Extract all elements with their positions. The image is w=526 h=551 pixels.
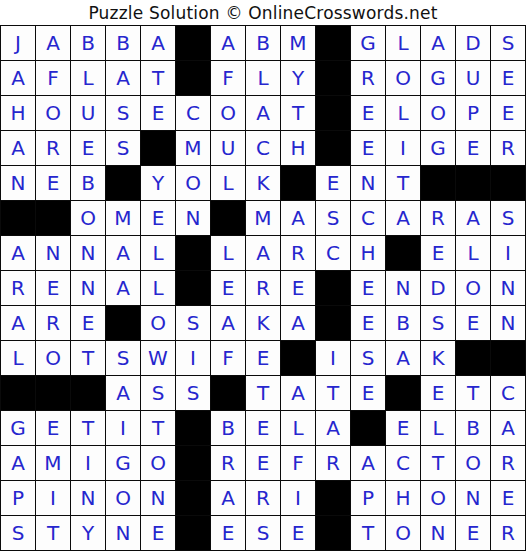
- cell-r6c15[interactable]: S: [491, 201, 525, 235]
- cell-r6c11[interactable]: C: [351, 201, 385, 235]
- black-cell-r9c4: [106, 306, 140, 340]
- cell-r15c14[interactable]: E: [456, 516, 490, 550]
- cell-r3c14[interactable]: P: [456, 96, 490, 130]
- cell-r1c11[interactable]: G: [351, 26, 385, 60]
- cell-r13c5[interactable]: O: [141, 446, 175, 480]
- cell-r8c15[interactable]: N: [491, 271, 525, 305]
- cell-r15c1[interactable]: S: [1, 516, 35, 550]
- cell-r1c7[interactable]: A: [211, 26, 245, 60]
- cell-r2c4[interactable]: A: [106, 61, 140, 95]
- cell-r12c7[interactable]: B: [211, 411, 245, 445]
- cell-r9c14[interactable]: E: [456, 306, 490, 340]
- black-cell-r2c6: [176, 61, 210, 95]
- cell-r6c12[interactable]: A: [386, 201, 420, 235]
- cell-r12c15[interactable]: A: [491, 411, 525, 445]
- cell-r2c15[interactable]: E: [491, 61, 525, 95]
- cell-r7c1[interactable]: A: [1, 236, 35, 270]
- cell-r1c5[interactable]: A: [141, 26, 175, 60]
- cell-r8c4[interactable]: A: [106, 271, 140, 305]
- cell-r9c1[interactable]: A: [1, 306, 35, 340]
- cell-r2c12[interactable]: O: [386, 61, 420, 95]
- black-cell-r11c1: [1, 376, 35, 410]
- cell-r1c14[interactable]: D: [456, 26, 490, 60]
- cell-r11c4[interactable]: A: [106, 376, 140, 410]
- cell-r13c12[interactable]: C: [386, 446, 420, 480]
- cell-r6c14[interactable]: A: [456, 201, 490, 235]
- cell-r9c2[interactable]: R: [36, 306, 70, 340]
- cell-r15c12[interactable]: O: [386, 516, 420, 550]
- cell-r6c6[interactable]: N: [176, 201, 210, 235]
- cell-r7c3[interactable]: N: [71, 236, 105, 270]
- cell-r7c8[interactable]: A: [246, 236, 280, 270]
- cell-r3c15[interactable]: E: [491, 96, 525, 130]
- cell-r2c8[interactable]: L: [246, 61, 280, 95]
- cell-r11c15[interactable]: C: [491, 376, 525, 410]
- cell-r12c3[interactable]: T: [71, 411, 105, 445]
- cell-r2c7[interactable]: F: [211, 61, 245, 95]
- black-cell-r2c10: [316, 61, 350, 95]
- black-cell-r8c10: [316, 271, 350, 305]
- cell-r5c10[interactable]: E: [316, 166, 350, 200]
- cell-r12c8[interactable]: E: [246, 411, 280, 445]
- cell-r10c7[interactable]: F: [211, 341, 245, 375]
- black-cell-r9c10: [316, 306, 350, 340]
- black-cell-r1c10: [316, 26, 350, 60]
- cell-r3c5[interactable]: E: [141, 96, 175, 130]
- cell-r14c15[interactable]: E: [491, 481, 525, 515]
- cell-r14c11[interactable]: P: [351, 481, 385, 515]
- cell-r15c2[interactable]: T: [36, 516, 70, 550]
- cell-r13c9[interactable]: F: [281, 446, 315, 480]
- cell-r1c2[interactable]: A: [36, 26, 70, 60]
- black-cell-r1c6: [176, 26, 210, 60]
- cell-r5c6[interactable]: O: [176, 166, 210, 200]
- cell-r1c1[interactable]: J: [1, 26, 35, 60]
- cell-r13c3[interactable]: I: [71, 446, 105, 480]
- cell-r14c13[interactable]: O: [421, 481, 455, 515]
- cell-r2c14[interactable]: U: [456, 61, 490, 95]
- cell-r15c7[interactable]: E: [211, 516, 245, 550]
- cell-r2c11[interactable]: R: [351, 61, 385, 95]
- cell-r8c11[interactable]: E: [351, 271, 385, 305]
- black-cell-r10c9: [281, 341, 315, 375]
- cell-r9c8[interactable]: K: [246, 306, 280, 340]
- cell-r7c15[interactable]: I: [491, 236, 525, 270]
- cell-r4c15[interactable]: R: [491, 131, 525, 165]
- cell-r14c4[interactable]: O: [106, 481, 140, 515]
- cell-r7c14[interactable]: L: [456, 236, 490, 270]
- cell-r6c13[interactable]: R: [421, 201, 455, 235]
- black-cell-r14c10: [316, 481, 350, 515]
- cell-r13c11[interactable]: A: [351, 446, 385, 480]
- black-cell-r15c6: [176, 516, 210, 550]
- cell-r5c7[interactable]: L: [211, 166, 245, 200]
- black-cell-r4c5: [141, 131, 175, 165]
- cell-r9c13[interactable]: S: [421, 306, 455, 340]
- black-cell-r5c15: [491, 166, 525, 200]
- cell-r7c7[interactable]: L: [211, 236, 245, 270]
- cell-r3c3[interactable]: U: [71, 96, 105, 130]
- cell-r14c7[interactable]: A: [211, 481, 245, 515]
- cell-r10c8[interactable]: E: [246, 341, 280, 375]
- cell-r13c7[interactable]: R: [211, 446, 245, 480]
- cell-r8c12[interactable]: N: [386, 271, 420, 305]
- cell-r4c3[interactable]: E: [71, 131, 105, 165]
- cell-r14c9[interactable]: I: [281, 481, 315, 515]
- cell-r11c8[interactable]: T: [246, 376, 280, 410]
- cell-r10c13[interactable]: K: [421, 341, 455, 375]
- cell-r13c15[interactable]: R: [491, 446, 525, 480]
- cell-r1c12[interactable]: L: [386, 26, 420, 60]
- cell-r9c15[interactable]: N: [491, 306, 525, 340]
- puzzle-solution-page: Puzzle Solution © OnlineCrosswords.net J…: [0, 0, 526, 551]
- cell-r8c8[interactable]: R: [246, 271, 280, 305]
- cell-r15c11[interactable]: T: [351, 516, 385, 550]
- cell-r11c6[interactable]: S: [176, 376, 210, 410]
- cell-r4c13[interactable]: G: [421, 131, 455, 165]
- black-cell-r5c13: [421, 166, 455, 200]
- black-cell-r5c4: [106, 166, 140, 200]
- cell-r5c2[interactable]: E: [36, 166, 70, 200]
- cell-r14c3[interactable]: N: [71, 481, 105, 515]
- cell-r14c14[interactable]: N: [456, 481, 490, 515]
- cell-r9c9[interactable]: A: [281, 306, 315, 340]
- cell-r11c13[interactable]: E: [421, 376, 455, 410]
- cell-r9c12[interactable]: B: [386, 306, 420, 340]
- black-cell-r5c14: [456, 166, 490, 200]
- cell-r10c4[interactable]: S: [106, 341, 140, 375]
- cell-r8c14[interactable]: O: [456, 271, 490, 305]
- cell-r8c7[interactable]: E: [211, 271, 245, 305]
- cell-r8c5[interactable]: L: [141, 271, 175, 305]
- cell-r4c11[interactable]: E: [351, 131, 385, 165]
- cell-r6c3[interactable]: O: [71, 201, 105, 235]
- cell-r10c3[interactable]: T: [71, 341, 105, 375]
- cell-r1c8[interactable]: B: [246, 26, 280, 60]
- cell-r9c6[interactable]: S: [176, 306, 210, 340]
- cell-r9c7[interactable]: A: [211, 306, 245, 340]
- cell-r1c4[interactable]: B: [106, 26, 140, 60]
- cell-r15c5[interactable]: E: [141, 516, 175, 550]
- cell-r12c2[interactable]: E: [36, 411, 70, 445]
- cell-r1c13[interactable]: A: [421, 26, 455, 60]
- black-cell-r13c6: [176, 446, 210, 480]
- cell-r12c13[interactable]: L: [421, 411, 455, 445]
- page-title: Puzzle Solution © OnlineCrosswords.net: [0, 0, 526, 25]
- cell-r14c8[interactable]: R: [246, 481, 280, 515]
- cell-r15c13[interactable]: N: [421, 516, 455, 550]
- cell-r14c12[interactable]: H: [386, 481, 420, 515]
- cell-r10c2[interactable]: O: [36, 341, 70, 375]
- cell-r6c8[interactable]: M: [246, 201, 280, 235]
- black-cell-r11c2: [36, 376, 70, 410]
- cell-r3c1[interactable]: H: [1, 96, 35, 130]
- black-cell-r4c10: [316, 131, 350, 165]
- cell-r7c11[interactable]: H: [351, 236, 385, 270]
- cell-r8c13[interactable]: D: [421, 271, 455, 305]
- cell-r5c3[interactable]: B: [71, 166, 105, 200]
- cell-r2c9[interactable]: Y: [281, 61, 315, 95]
- cell-r8c9[interactable]: E: [281, 271, 315, 305]
- cell-r2c3[interactable]: L: [71, 61, 105, 95]
- cell-r10c5[interactable]: W: [141, 341, 175, 375]
- cell-r9c5[interactable]: O: [141, 306, 175, 340]
- black-cell-r6c2: [36, 201, 70, 235]
- cell-r1c9[interactable]: M: [281, 26, 315, 60]
- cell-r10c11[interactable]: S: [351, 341, 385, 375]
- cell-r10c10[interactable]: I: [316, 341, 350, 375]
- cell-r7c5[interactable]: L: [141, 236, 175, 270]
- black-cell-r12c11: [351, 411, 385, 445]
- black-cell-r6c1: [1, 201, 35, 235]
- cell-r7c2[interactable]: N: [36, 236, 70, 270]
- cell-r13c14[interactable]: O: [456, 446, 490, 480]
- cell-r7c9[interactable]: R: [281, 236, 315, 270]
- black-cell-r12c6: [176, 411, 210, 445]
- crossword-board: JABBAABMGLADSAFLATFLYROGUEHOUSECOATELOPE…: [0, 25, 526, 551]
- cell-r7c4[interactable]: A: [106, 236, 140, 270]
- cell-r3c2[interactable]: O: [36, 96, 70, 130]
- cell-r12c12[interactable]: E: [386, 411, 420, 445]
- cell-r12c4[interactable]: I: [106, 411, 140, 445]
- cell-r15c3[interactable]: Y: [71, 516, 105, 550]
- cell-r5c11[interactable]: N: [351, 166, 385, 200]
- cell-r1c15[interactable]: S: [491, 26, 525, 60]
- cell-r2c5[interactable]: T: [141, 61, 175, 95]
- cell-r15c8[interactable]: S: [246, 516, 280, 550]
- cell-r10c12[interactable]: A: [386, 341, 420, 375]
- cell-r4c9[interactable]: H: [281, 131, 315, 165]
- cell-r12c1[interactable]: G: [1, 411, 35, 445]
- black-cell-r6c7: [211, 201, 245, 235]
- cell-r3c12[interactable]: L: [386, 96, 420, 130]
- cell-r10c1[interactable]: L: [1, 341, 35, 375]
- black-cell-r10c15: [491, 341, 525, 375]
- cell-r3c9[interactable]: T: [281, 96, 315, 130]
- black-cell-r15c10: [316, 516, 350, 550]
- cell-r7c13[interactable]: E: [421, 236, 455, 270]
- black-cell-r5c9: [281, 166, 315, 200]
- cell-r13c4[interactable]: G: [106, 446, 140, 480]
- cell-r15c15[interactable]: R: [491, 516, 525, 550]
- cell-r6c5[interactable]: E: [141, 201, 175, 235]
- cell-r10c6[interactable]: I: [176, 341, 210, 375]
- cell-r8c3[interactable]: N: [71, 271, 105, 305]
- cell-r13c10[interactable]: R: [316, 446, 350, 480]
- black-cell-r7c12: [386, 236, 420, 270]
- black-cell-r8c6: [176, 271, 210, 305]
- black-cell-r3c10: [316, 96, 350, 130]
- cell-r14c2[interactable]: I: [36, 481, 70, 515]
- cell-r9c3[interactable]: E: [71, 306, 105, 340]
- cell-r2c1[interactable]: A: [1, 61, 35, 95]
- cell-r13c1[interactable]: A: [1, 446, 35, 480]
- black-cell-r11c3: [71, 376, 105, 410]
- cell-r3c4[interactable]: S: [106, 96, 140, 130]
- cell-r6c9[interactable]: A: [281, 201, 315, 235]
- cell-r15c9[interactable]: E: [281, 516, 315, 550]
- cell-r3c11[interactable]: E: [351, 96, 385, 130]
- cell-r7c10[interactable]: C: [316, 236, 350, 270]
- cell-r3c6[interactable]: C: [176, 96, 210, 130]
- cell-r8c2[interactable]: E: [36, 271, 70, 305]
- cell-r4c7[interactable]: U: [211, 131, 245, 165]
- cell-r12c10[interactable]: A: [316, 411, 350, 445]
- cell-r4c1[interactable]: A: [1, 131, 35, 165]
- cell-r8c1[interactable]: R: [1, 271, 35, 305]
- cell-r6c4[interactable]: M: [106, 201, 140, 235]
- cell-r12c5[interactable]: T: [141, 411, 175, 445]
- cell-r13c2[interactable]: M: [36, 446, 70, 480]
- cell-r11c14[interactable]: T: [456, 376, 490, 410]
- black-cell-r10c14: [456, 341, 490, 375]
- cell-r1c3[interactable]: B: [71, 26, 105, 60]
- cell-r12c14[interactable]: B: [456, 411, 490, 445]
- cell-r4c6[interactable]: M: [176, 131, 210, 165]
- cell-r3c13[interactable]: O: [421, 96, 455, 130]
- cell-r3c8[interactable]: A: [246, 96, 280, 130]
- cell-r6c10[interactable]: S: [316, 201, 350, 235]
- cell-r4c8[interactable]: C: [246, 131, 280, 165]
- cell-r5c1[interactable]: N: [1, 166, 35, 200]
- cell-r4c12[interactable]: I: [386, 131, 420, 165]
- black-cell-r14c6: [176, 481, 210, 515]
- cell-r5c5[interactable]: Y: [141, 166, 175, 200]
- cell-r14c5[interactable]: N: [141, 481, 175, 515]
- cell-r11c5[interactable]: S: [141, 376, 175, 410]
- cell-r11c10[interactable]: T: [316, 376, 350, 410]
- cell-r13c13[interactable]: T: [421, 446, 455, 480]
- cell-r5c8[interactable]: K: [246, 166, 280, 200]
- cell-r5c12[interactable]: T: [386, 166, 420, 200]
- cell-r2c13[interactable]: G: [421, 61, 455, 95]
- cell-r2c2[interactable]: F: [36, 61, 70, 95]
- cell-r11c9[interactable]: A: [281, 376, 315, 410]
- black-cell-r11c7: [211, 376, 245, 410]
- black-cell-r11c12: [386, 376, 420, 410]
- cell-r13c8[interactable]: E: [246, 446, 280, 480]
- cell-r12c9[interactable]: L: [281, 411, 315, 445]
- black-cell-r7c6: [176, 236, 210, 270]
- cell-r15c4[interactable]: N: [106, 516, 140, 550]
- cell-r4c4[interactable]: S: [106, 131, 140, 165]
- cell-r4c14[interactable]: E: [456, 131, 490, 165]
- cell-r3c7[interactable]: O: [211, 96, 245, 130]
- cell-r4c2[interactable]: R: [36, 131, 70, 165]
- cell-r14c1[interactable]: P: [1, 481, 35, 515]
- cell-r9c11[interactable]: E: [351, 306, 385, 340]
- cell-r11c11[interactable]: E: [351, 376, 385, 410]
